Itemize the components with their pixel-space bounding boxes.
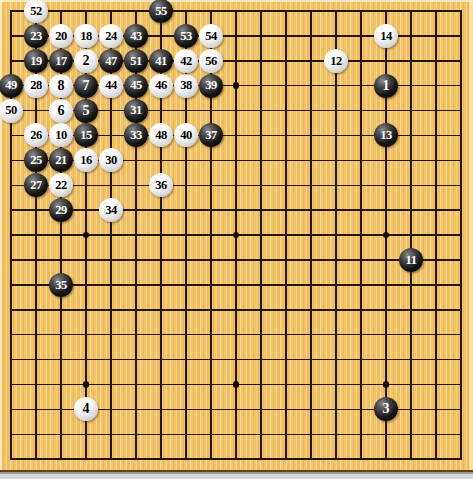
stone-49-black[interactable]: 49 [0,74,23,98]
stone-55-black[interactable]: 55 [149,0,173,23]
stone-number: 27 [30,178,42,191]
stone-40-white[interactable]: 40 [174,123,198,147]
stone-number: 49 [5,79,17,92]
stone-24-white[interactable]: 24 [99,24,123,48]
board-edge-right [469,0,473,471]
stone-26-white[interactable]: 26 [24,123,48,147]
stone-46-white[interactable]: 46 [149,74,173,98]
stone-22-white[interactable]: 22 [49,173,73,197]
stone-number: 28 [30,79,42,92]
stone-number: 15 [80,129,92,142]
stone-number: 38 [180,79,192,92]
stone-38-white[interactable]: 38 [174,74,198,98]
stone-28-white[interactable]: 28 [24,74,48,98]
stone-5-black[interactable]: 5 [74,99,98,123]
stone-51-black[interactable]: 51 [124,49,148,73]
stone-1-black[interactable]: 1 [374,74,398,98]
stone-35-black[interactable]: 35 [49,273,73,297]
stone-31-black[interactable]: 31 [124,99,148,123]
stone-number: 7 [83,78,90,92]
stone-number: 47 [105,54,117,67]
stone-25-black[interactable]: 25 [24,148,48,172]
stone-13-black[interactable]: 13 [374,123,398,147]
stone-number: 30 [105,154,117,167]
stone-number: 42 [180,54,192,67]
stone-number: 13 [380,129,392,142]
stone-number: 44 [105,79,117,92]
stone-47-black[interactable]: 47 [99,49,123,73]
stone-56-white[interactable]: 56 [199,49,223,73]
stone-16-white[interactable]: 16 [74,148,98,172]
stone-53-black[interactable]: 53 [174,24,198,48]
stone-number: 20 [55,29,67,42]
stone-43-black[interactable]: 43 [124,24,148,48]
stone-number: 19 [30,54,42,67]
stone-27-black[interactable]: 27 [24,173,48,197]
stone-10-white[interactable]: 10 [49,123,73,147]
stone-number: 3 [383,402,390,416]
stone-number: 41 [155,54,167,67]
stone-number: 11 [406,253,417,266]
stone-19-black[interactable]: 19 [24,49,48,73]
stone-number: 6 [58,103,65,117]
stone-4-white[interactable]: 4 [74,397,98,421]
stone-34-white[interactable]: 34 [99,198,123,222]
stone-36-white[interactable]: 36 [149,173,173,197]
stone-48-white[interactable]: 48 [149,123,173,147]
go-diagram: { "game": { "name": "Go", "variant": "19… [0,0,473,479]
stone-14-white[interactable]: 14 [374,24,398,48]
stone-number: 51 [130,54,142,67]
stone-number: 46 [155,79,167,92]
stone-number: 23 [30,29,42,42]
stone-42-white[interactable]: 42 [174,49,198,73]
stone-number: 14 [380,29,392,42]
stone-41-black[interactable]: 41 [149,49,173,73]
stone-number: 12 [330,54,342,67]
stone-50-white[interactable]: 50 [0,99,23,123]
stone-number: 5 [83,103,90,117]
stone-number: 21 [55,154,67,167]
stone-number: 22 [55,178,67,191]
stone-number: 52 [30,4,42,17]
stone-number: 29 [55,203,67,216]
stone-7-black[interactable]: 7 [74,74,98,98]
stone-17-black[interactable]: 17 [49,49,73,73]
stone-15-black[interactable]: 15 [74,123,98,147]
stone-number: 39 [205,79,217,92]
stone-number: 17 [55,54,67,67]
stone-number: 53 [180,29,192,42]
stone-number: 24 [105,29,117,42]
board-edge-left [0,0,2,471]
stone-30-white[interactable]: 30 [99,148,123,172]
stone-44-white[interactable]: 44 [99,74,123,98]
stone-number: 43 [130,29,142,42]
stone-number: 31 [130,104,142,117]
stone-number: 35 [55,278,67,291]
board-edge-top [0,0,473,2]
stone-number: 37 [205,129,217,142]
stone-54-white[interactable]: 54 [199,24,223,48]
stone-12-white[interactable]: 12 [324,49,348,73]
stone-11-black[interactable]: 11 [399,248,423,272]
stone-39-black[interactable]: 39 [199,74,223,98]
stone-number: 18 [80,29,92,42]
stone-6-white[interactable]: 6 [49,99,73,123]
stone-number: 48 [155,129,167,142]
stone-number: 55 [155,4,167,17]
stone-21-black[interactable]: 21 [49,148,73,172]
stone-number: 45 [130,79,142,92]
stone-number: 26 [30,129,42,142]
stone-20-white[interactable]: 20 [49,24,73,48]
stone-number: 50 [5,104,17,117]
go-board[interactable]: 1234567810111213141516171819202122232425… [0,0,473,471]
stone-number: 1 [383,78,390,92]
stone-number: 34 [105,203,117,216]
stone-number: 10 [55,129,67,142]
stone-number: 54 [205,29,217,42]
stone-number: 16 [80,154,92,167]
stone-layer: 1234567810111213141516171819202122232425… [0,0,473,471]
stone-number: 8 [58,78,65,92]
stone-number: 36 [155,178,167,191]
stone-23-black[interactable]: 23 [24,24,48,48]
stone-3-black[interactable]: 3 [374,397,398,421]
stone-37-black[interactable]: 37 [199,123,223,147]
stone-number: 4 [83,402,90,416]
window-frame-bottom [0,470,473,479]
stone-number: 56 [205,54,217,67]
stone-number: 25 [30,154,42,167]
stone-number: 2 [83,53,90,67]
stone-52-white[interactable]: 52 [24,0,48,23]
stone-number: 33 [130,129,142,142]
stone-45-black[interactable]: 45 [124,74,148,98]
stone-2-white[interactable]: 2 [74,49,98,73]
stone-18-white[interactable]: 18 [74,24,98,48]
stone-29-black[interactable]: 29 [49,198,73,222]
stone-33-black[interactable]: 33 [124,123,148,147]
stone-8-white[interactable]: 8 [49,74,73,98]
stone-number: 40 [180,129,192,142]
